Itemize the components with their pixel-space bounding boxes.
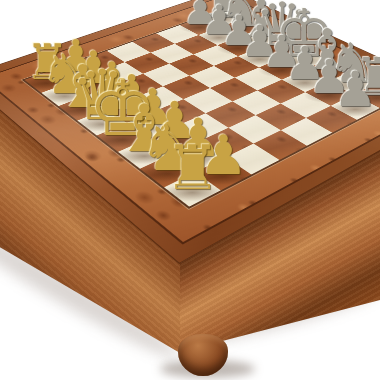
product-photo-scene: ♜♞♝♛♚♝♞♜♟♟♟♟♟♟♟♟♟♟♟♟♟♟♟♟♜♞♝♛♚♝♞♜ <box>0 0 380 380</box>
